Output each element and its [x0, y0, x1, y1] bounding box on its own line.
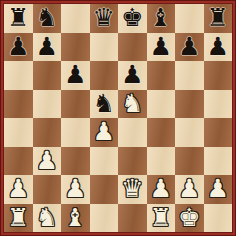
square-f7[interactable]: ♟ — [147, 33, 176, 62]
square-a6[interactable] — [4, 61, 33, 90]
square-e3[interactable] — [118, 147, 147, 176]
white-pawn-a2[interactable]: ♟ — [7, 175, 29, 204]
chess-board: ♜♞♛♚♝♜♟♟♟♟♟♟♟♞♞♟♟♟♟♛♟♟♟♜♞♝♜♚ — [4, 4, 232, 232]
square-d6[interactable] — [90, 61, 119, 90]
square-d2[interactable] — [90, 175, 119, 204]
black-pawn-e6[interactable]: ♟ — [121, 61, 143, 90]
black-rook-a8[interactable]: ♜ — [7, 4, 29, 33]
black-pawn-g7[interactable]: ♟ — [178, 33, 200, 62]
square-a2[interactable]: ♟ — [4, 175, 33, 204]
square-b5[interactable] — [33, 90, 62, 119]
square-g2[interactable]: ♟ — [175, 175, 204, 204]
square-c1[interactable]: ♝ — [61, 204, 90, 233]
square-b7[interactable]: ♟ — [33, 33, 62, 62]
square-e7[interactable] — [118, 33, 147, 62]
square-g5[interactable] — [175, 90, 204, 119]
square-c6[interactable]: ♟ — [61, 61, 90, 90]
square-g1[interactable]: ♚ — [175, 204, 204, 233]
square-a1[interactable]: ♜ — [4, 204, 33, 233]
square-e4[interactable] — [118, 118, 147, 147]
square-a3[interactable] — [4, 147, 33, 176]
board-frame: ♜♞♛♚♝♜♟♟♟♟♟♟♟♞♞♟♟♟♟♛♟♟♟♜♞♝♜♚ — [0, 0, 236, 236]
square-h5[interactable] — [204, 90, 233, 119]
white-rook-f1[interactable]: ♜ — [150, 204, 172, 233]
square-b1[interactable]: ♞ — [33, 204, 62, 233]
black-pawn-a7[interactable]: ♟ — [7, 33, 29, 62]
black-pawn-c6[interactable]: ♟ — [64, 61, 86, 90]
square-b2[interactable] — [33, 175, 62, 204]
square-h4[interactable] — [204, 118, 233, 147]
black-knight-d5[interactable]: ♞ — [93, 90, 115, 119]
square-b4[interactable] — [33, 118, 62, 147]
square-h3[interactable] — [204, 147, 233, 176]
square-b6[interactable] — [33, 61, 62, 90]
square-d4[interactable]: ♟ — [90, 118, 119, 147]
white-queen-e2[interactable]: ♛ — [121, 175, 143, 204]
black-pawn-b7[interactable]: ♟ — [36, 33, 58, 62]
white-pawn-d4[interactable]: ♟ — [93, 118, 115, 147]
white-pawn-c2[interactable]: ♟ — [64, 175, 86, 204]
white-pawn-g2[interactable]: ♟ — [178, 175, 200, 204]
white-rook-a1[interactable]: ♜ — [7, 204, 29, 233]
white-pawn-b3[interactable]: ♟ — [36, 147, 58, 176]
square-g4[interactable] — [175, 118, 204, 147]
black-pawn-f7[interactable]: ♟ — [150, 33, 172, 62]
white-knight-b1[interactable]: ♞ — [36, 204, 58, 233]
square-d3[interactable] — [90, 147, 119, 176]
square-c2[interactable]: ♟ — [61, 175, 90, 204]
black-bishop-f8[interactable]: ♝ — [150, 4, 172, 33]
square-f1[interactable]: ♜ — [147, 204, 176, 233]
square-h6[interactable] — [204, 61, 233, 90]
black-queen-d8[interactable]: ♛ — [93, 4, 115, 33]
black-king-e8[interactable]: ♚ — [121, 4, 143, 33]
square-g3[interactable] — [175, 147, 204, 176]
square-a7[interactable]: ♟ — [4, 33, 33, 62]
square-e6[interactable]: ♟ — [118, 61, 147, 90]
square-c5[interactable] — [61, 90, 90, 119]
square-f2[interactable]: ♟ — [147, 175, 176, 204]
square-g6[interactable] — [175, 61, 204, 90]
square-e5[interactable]: ♞ — [118, 90, 147, 119]
square-f4[interactable] — [147, 118, 176, 147]
square-f6[interactable] — [147, 61, 176, 90]
square-a8[interactable]: ♜ — [4, 4, 33, 33]
square-c4[interactable] — [61, 118, 90, 147]
white-pawn-f2[interactable]: ♟ — [150, 175, 172, 204]
square-c3[interactable] — [61, 147, 90, 176]
square-a4[interactable] — [4, 118, 33, 147]
square-h7[interactable]: ♟ — [204, 33, 233, 62]
square-a5[interactable] — [4, 90, 33, 119]
square-f3[interactable] — [147, 147, 176, 176]
square-h8[interactable]: ♜ — [204, 4, 233, 33]
square-g7[interactable]: ♟ — [175, 33, 204, 62]
white-pawn-h2[interactable]: ♟ — [207, 175, 229, 204]
square-b3[interactable]: ♟ — [33, 147, 62, 176]
square-d8[interactable]: ♛ — [90, 4, 119, 33]
white-king-g1[interactable]: ♚ — [178, 204, 200, 233]
square-h1[interactable] — [204, 204, 233, 233]
square-b8[interactable]: ♞ — [33, 4, 62, 33]
square-e1[interactable] — [118, 204, 147, 233]
square-e8[interactable]: ♚ — [118, 4, 147, 33]
square-c8[interactable] — [61, 4, 90, 33]
square-c7[interactable] — [61, 33, 90, 62]
square-d7[interactable] — [90, 33, 119, 62]
square-d1[interactable] — [90, 204, 119, 233]
square-f5[interactable] — [147, 90, 176, 119]
black-pawn-h7[interactable]: ♟ — [207, 33, 229, 62]
white-bishop-c1[interactable]: ♝ — [64, 204, 86, 233]
square-h2[interactable]: ♟ — [204, 175, 233, 204]
square-e2[interactable]: ♛ — [118, 175, 147, 204]
square-g8[interactable] — [175, 4, 204, 33]
white-knight-e5[interactable]: ♞ — [121, 90, 143, 119]
black-rook-h8[interactable]: ♜ — [207, 4, 229, 33]
square-f8[interactable]: ♝ — [147, 4, 176, 33]
square-d5[interactable]: ♞ — [90, 90, 119, 119]
black-knight-b8[interactable]: ♞ — [36, 4, 58, 33]
